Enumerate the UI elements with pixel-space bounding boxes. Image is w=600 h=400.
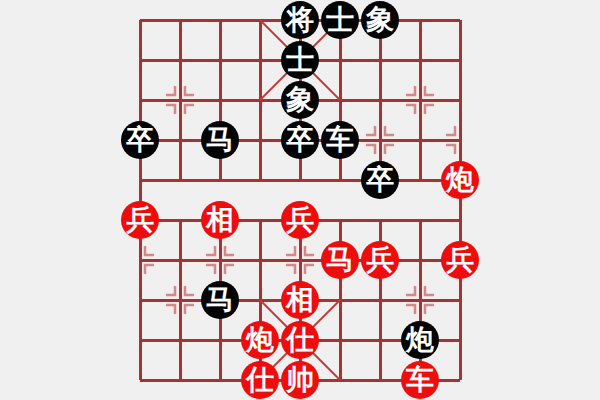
piece-red-elephant[interactable]: 相 bbox=[281, 281, 319, 319]
pieces-grid: 将士象士象卒马卒车卒炮兵相兵马兵兵马相炮仕炮仕帅车 bbox=[120, 0, 480, 400]
piece-black-horse[interactable]: 马 bbox=[201, 121, 239, 159]
piece-red-advisor[interactable]: 仕 bbox=[281, 321, 319, 359]
piece-red-horse[interactable]: 马 bbox=[321, 241, 359, 279]
piece-red-cannon[interactable]: 炮 bbox=[441, 161, 479, 199]
piece-red-soldier[interactable]: 兵 bbox=[281, 201, 319, 239]
piece-red-advisor[interactable]: 仕 bbox=[241, 361, 279, 399]
piece-black-soldier[interactable]: 卒 bbox=[281, 121, 319, 159]
piece-black-chariot[interactable]: 车 bbox=[321, 121, 359, 159]
piece-red-chariot[interactable]: 车 bbox=[401, 361, 439, 399]
piece-black-soldier[interactable]: 卒 bbox=[361, 161, 399, 199]
piece-black-soldier[interactable]: 卒 bbox=[121, 121, 159, 159]
piece-black-elephant[interactable]: 象 bbox=[361, 1, 399, 39]
piece-black-advisor[interactable]: 士 bbox=[281, 41, 319, 79]
piece-black-elephant[interactable]: 象 bbox=[281, 81, 319, 119]
piece-black-advisor[interactable]: 士 bbox=[321, 1, 359, 39]
xiangqi-app-window: 将士象士象卒马卒车卒炮兵相兵马兵兵马相炮仕炮仕帅车 bbox=[0, 0, 600, 400]
piece-red-soldier[interactable]: 兵 bbox=[441, 241, 479, 279]
piece-black-horse[interactable]: 马 bbox=[201, 281, 239, 319]
piece-black-cannon[interactable]: 炮 bbox=[401, 321, 439, 359]
piece-red-elephant[interactable]: 相 bbox=[201, 201, 239, 239]
piece-black-general[interactable]: 将 bbox=[281, 1, 319, 39]
piece-red-cannon[interactable]: 炮 bbox=[241, 321, 279, 359]
piece-red-soldier[interactable]: 兵 bbox=[361, 241, 399, 279]
xiangqi-board: 将士象士象卒马卒车卒炮兵相兵马兵兵马相炮仕炮仕帅车 bbox=[0, 0, 600, 400]
piece-red-soldier[interactable]: 兵 bbox=[121, 201, 159, 239]
piece-red-general[interactable]: 帅 bbox=[281, 361, 319, 399]
